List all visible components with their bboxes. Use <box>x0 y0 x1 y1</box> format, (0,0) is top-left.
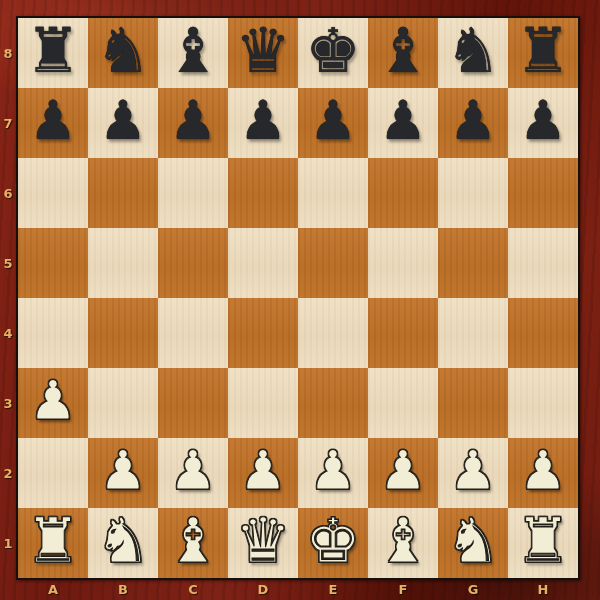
square-a2[interactable] <box>18 438 88 508</box>
square-c5[interactable] <box>158 228 228 298</box>
white-pawn-h2: ♟ <box>519 444 567 498</box>
black-pawn-c7: ♟ <box>169 94 217 148</box>
square-h8[interactable]: ♜ <box>508 18 578 88</box>
white-knight-g1: ♞ <box>445 510 501 572</box>
black-rook-a8: ♜ <box>25 20 81 82</box>
white-knight-b1: ♞ <box>95 510 151 572</box>
square-b2[interactable]: ♟ <box>88 438 158 508</box>
square-e2[interactable]: ♟ <box>298 438 368 508</box>
rank-label-2: 2 <box>0 438 16 508</box>
square-d7[interactable]: ♟ <box>228 88 298 158</box>
white-bishop-f1: ♝ <box>375 510 431 572</box>
square-f8[interactable]: ♝ <box>368 18 438 88</box>
rank-label-8: 8 <box>0 18 16 88</box>
square-a4[interactable] <box>18 298 88 368</box>
square-d6[interactable] <box>228 158 298 228</box>
square-c2[interactable]: ♟ <box>158 438 228 508</box>
square-h6[interactable] <box>508 158 578 228</box>
square-g1[interactable]: ♞ <box>438 508 508 578</box>
file-label-f: F <box>368 579 438 600</box>
rank-label-7: 7 <box>0 88 16 158</box>
square-d2[interactable]: ♟ <box>228 438 298 508</box>
square-f5[interactable] <box>368 228 438 298</box>
square-e8[interactable]: ♚ <box>298 18 368 88</box>
square-e7[interactable]: ♟ <box>298 88 368 158</box>
black-knight-g8: ♞ <box>445 20 501 82</box>
black-pawn-b7: ♟ <box>99 94 147 148</box>
square-a7[interactable]: ♟ <box>18 88 88 158</box>
black-pawn-e7: ♟ <box>309 94 357 148</box>
square-b4[interactable] <box>88 298 158 368</box>
black-pawn-h7: ♟ <box>519 94 567 148</box>
square-h5[interactable] <box>508 228 578 298</box>
chess-board: ♜♞♝♛♚♝♞♜♟♟♟♟♟♟♟♟♟♟♟♟♟♟♟♟♜♞♝♛♚♝♞♜ <box>16 16 580 580</box>
square-f7[interactable]: ♟ <box>368 88 438 158</box>
white-king-e1: ♚ <box>305 510 361 572</box>
square-d1[interactable]: ♛ <box>228 508 298 578</box>
square-a5[interactable] <box>18 228 88 298</box>
white-pawn-e2: ♟ <box>309 444 357 498</box>
black-bishop-c8: ♝ <box>165 20 221 82</box>
white-pawn-g2: ♟ <box>449 444 497 498</box>
square-g8[interactable]: ♞ <box>438 18 508 88</box>
square-c7[interactable]: ♟ <box>158 88 228 158</box>
square-b1[interactable]: ♞ <box>88 508 158 578</box>
file-label-d: D <box>228 579 298 600</box>
black-pawn-g7: ♟ <box>449 94 497 148</box>
square-a6[interactable] <box>18 158 88 228</box>
square-e4[interactable] <box>298 298 368 368</box>
file-label-a: A <box>18 579 88 600</box>
square-h4[interactable] <box>508 298 578 368</box>
square-h7[interactable]: ♟ <box>508 88 578 158</box>
square-b8[interactable]: ♞ <box>88 18 158 88</box>
file-label-c: C <box>158 579 228 600</box>
file-label-g: G <box>438 579 508 600</box>
square-a3[interactable]: ♟ <box>18 368 88 438</box>
board-frame: ♜♞♝♛♚♝♞♜♟♟♟♟♟♟♟♟♟♟♟♟♟♟♟♟♜♞♝♛♚♝♞♜ 8765432… <box>0 0 600 600</box>
white-pawn-a3: ♟ <box>29 374 77 428</box>
square-h1[interactable]: ♜ <box>508 508 578 578</box>
black-rook-h8: ♜ <box>515 20 571 82</box>
square-b5[interactable] <box>88 228 158 298</box>
rank-label-3: 3 <box>0 368 16 438</box>
black-bishop-f8: ♝ <box>375 20 431 82</box>
file-label-h: H <box>508 579 578 600</box>
square-a8[interactable]: ♜ <box>18 18 88 88</box>
square-h2[interactable]: ♟ <box>508 438 578 508</box>
white-pawn-d2: ♟ <box>239 444 287 498</box>
square-c3[interactable] <box>158 368 228 438</box>
square-e1[interactable]: ♚ <box>298 508 368 578</box>
square-g2[interactable]: ♟ <box>438 438 508 508</box>
white-pawn-c2: ♟ <box>169 444 217 498</box>
square-g5[interactable] <box>438 228 508 298</box>
rank-coordinates: 87654321 <box>0 18 16 578</box>
file-label-e: E <box>298 579 368 600</box>
square-g3[interactable] <box>438 368 508 438</box>
square-d5[interactable] <box>228 228 298 298</box>
square-d3[interactable] <box>228 368 298 438</box>
square-c1[interactable]: ♝ <box>158 508 228 578</box>
square-g4[interactable] <box>438 298 508 368</box>
rank-label-1: 1 <box>0 508 16 578</box>
square-d4[interactable] <box>228 298 298 368</box>
square-c6[interactable] <box>158 158 228 228</box>
black-queen-d8: ♛ <box>235 20 291 82</box>
black-pawn-f7: ♟ <box>379 94 427 148</box>
square-a1[interactable]: ♜ <box>18 508 88 578</box>
black-king-e8: ♚ <box>305 20 361 82</box>
square-f6[interactable] <box>368 158 438 228</box>
white-queen-d1: ♛ <box>235 510 291 572</box>
file-coordinates: ABCDEFGH <box>18 579 578 600</box>
black-pawn-a7: ♟ <box>29 94 77 148</box>
square-b6[interactable] <box>88 158 158 228</box>
square-d8[interactable]: ♛ <box>228 18 298 88</box>
square-f4[interactable] <box>368 298 438 368</box>
white-pawn-b2: ♟ <box>99 444 147 498</box>
rank-label-5: 5 <box>0 228 16 298</box>
square-c4[interactable] <box>158 298 228 368</box>
square-g6[interactable] <box>438 158 508 228</box>
square-h3[interactable] <box>508 368 578 438</box>
rank-label-4: 4 <box>0 298 16 368</box>
square-f1[interactable]: ♝ <box>368 508 438 578</box>
white-pawn-f2: ♟ <box>379 444 427 498</box>
square-e3[interactable] <box>298 368 368 438</box>
black-knight-b8: ♞ <box>95 20 151 82</box>
square-b7[interactable]: ♟ <box>88 88 158 158</box>
square-e6[interactable] <box>298 158 368 228</box>
white-bishop-c1: ♝ <box>165 510 221 572</box>
square-e5[interactable] <box>298 228 368 298</box>
square-c8[interactable]: ♝ <box>158 18 228 88</box>
white-rook-a1: ♜ <box>25 510 81 572</box>
square-f2[interactable]: ♟ <box>368 438 438 508</box>
white-rook-h1: ♜ <box>515 510 571 572</box>
square-b3[interactable] <box>88 368 158 438</box>
black-pawn-d7: ♟ <box>239 94 287 148</box>
square-g7[interactable]: ♟ <box>438 88 508 158</box>
file-label-b: B <box>88 579 158 600</box>
square-f3[interactable] <box>368 368 438 438</box>
rank-label-6: 6 <box>0 158 16 228</box>
